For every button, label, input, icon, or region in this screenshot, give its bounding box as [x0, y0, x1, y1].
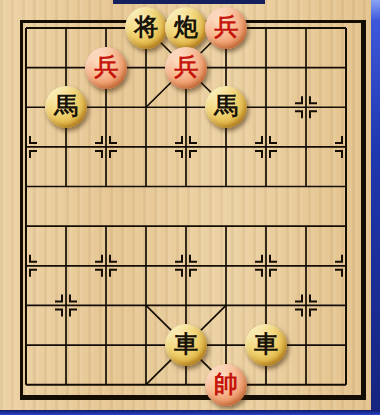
piece-black-cannon[interactable]: 炮	[165, 7, 207, 49]
red-soldier-glyph: 兵	[94, 55, 118, 79]
piece-black-general[interactable]: 将	[125, 7, 167, 49]
piece-black-chariot[interactable]: 車	[165, 324, 207, 366]
black-chariot-glyph: 車	[174, 332, 198, 356]
window-edge-bottom	[0, 410, 380, 415]
red-soldier-glyph: 兵	[214, 15, 238, 39]
piece-red-soldier[interactable]: 兵	[165, 47, 207, 89]
piece-black-horse[interactable]: 馬	[205, 86, 247, 128]
red-general-glyph: 帥	[214, 372, 238, 396]
red-soldier-glyph: 兵	[174, 55, 198, 79]
black-general-glyph: 将	[134, 15, 158, 39]
black-horse-glyph: 馬	[214, 94, 238, 118]
black-horse-glyph: 馬	[54, 94, 78, 118]
piece-black-chariot[interactable]: 車	[245, 324, 287, 366]
xiangqi-board: 将炮兵兵兵馬馬車車帥	[0, 0, 380, 415]
black-cannon-glyph: 炮	[174, 15, 198, 39]
piece-black-horse[interactable]: 馬	[45, 86, 87, 128]
piece-red-soldier[interactable]: 兵	[85, 47, 127, 89]
piece-red-soldier[interactable]: 兵	[205, 7, 247, 49]
window-edge-right	[371, 0, 380, 415]
window-edge-top	[113, 0, 265, 4]
piece-red-general[interactable]: 帥	[205, 364, 247, 406]
black-chariot-glyph: 車	[254, 332, 278, 356]
